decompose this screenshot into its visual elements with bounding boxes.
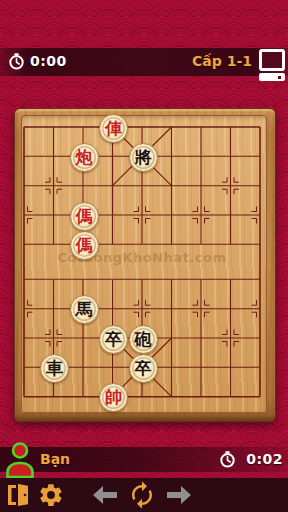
piece-black-horse[interactable]: 馬 bbox=[70, 295, 99, 324]
opponent-clock-icon bbox=[8, 53, 25, 70]
player-bar: Bạn 0:02 bbox=[0, 447, 288, 472]
redo-button[interactable] bbox=[166, 485, 192, 508]
arrow-left-icon bbox=[92, 485, 118, 505]
piece-black-soldier[interactable]: 卒 bbox=[129, 354, 158, 383]
opponent-timer: 0:00 bbox=[30, 53, 67, 69]
piece-red-horse[interactable]: 傌 bbox=[70, 231, 99, 260]
toolbar bbox=[0, 478, 288, 512]
monitor-screen bbox=[259, 49, 285, 71]
piece-black-chariot[interactable]: 車 bbox=[40, 354, 69, 383]
level-label: Cấp 1-1 bbox=[192, 53, 252, 69]
piece-red-cannon[interactable]: 炮 bbox=[70, 143, 99, 172]
restart-button[interactable] bbox=[127, 480, 157, 512]
piece-black-soldier[interactable]: 卒 bbox=[99, 325, 128, 354]
exit-button[interactable] bbox=[7, 483, 29, 510]
piece-red-general[interactable]: 帥 bbox=[99, 383, 128, 412]
board-preview-icon[interactable] bbox=[258, 49, 286, 81]
undo-button[interactable] bbox=[92, 485, 118, 508]
arrow-right-icon bbox=[166, 485, 192, 505]
app-screen: 0:00 Cấp 1-1 CotuongKhoNhat.com 俥炮將傌傌馬卒砲… bbox=[0, 0, 288, 512]
piece-black-cannon[interactable]: 砲 bbox=[129, 325, 158, 354]
player-name: Bạn bbox=[40, 451, 70, 467]
player-avatar-icon[interactable] bbox=[5, 440, 39, 478]
piece-red-chariot[interactable]: 俥 bbox=[99, 114, 128, 143]
pieces-layer: 俥炮將傌傌馬卒砲車卒帥 bbox=[24, 127, 260, 397]
gear-icon bbox=[38, 482, 64, 508]
player-clock-icon bbox=[219, 451, 236, 468]
refresh-icon bbox=[127, 480, 157, 510]
monitor-dot bbox=[278, 76, 281, 79]
top-bar: 0:00 Cấp 1-1 bbox=[0, 48, 288, 76]
piece-red-horse[interactable]: 傌 bbox=[70, 202, 99, 231]
piece-black-general[interactable]: 將 bbox=[129, 143, 158, 172]
settings-button[interactable] bbox=[38, 482, 64, 511]
player-timer: 0:02 bbox=[246, 451, 283, 467]
monitor-base bbox=[259, 73, 285, 81]
door-exit-icon bbox=[7, 483, 29, 507]
